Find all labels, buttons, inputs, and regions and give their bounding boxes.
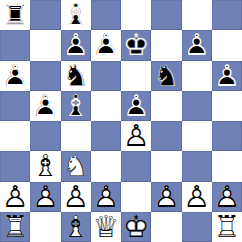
square-d3[interactable] [91, 151, 121, 181]
white-pawn-piece[interactable]: ♟♙ [151, 182, 181, 212]
square-b5[interactable]: ♟♙ [30, 91, 60, 121]
square-a2[interactable]: ♟♙ [0, 182, 30, 212]
black-pawn-outline-glyph: ♙ [61, 30, 91, 60]
square-g6[interactable] [182, 61, 212, 91]
black-pawn-outline-glyph: ♙ [30, 91, 60, 121]
square-h6[interactable]: ♟♙ [212, 61, 242, 91]
white-rook-outline-glyph: ♖ [0, 212, 30, 242]
square-h4[interactable] [212, 121, 242, 151]
white-pawn-piece[interactable]: ♟♙ [91, 182, 121, 212]
square-e4[interactable]: ♟♙ [121, 121, 151, 151]
black-king-outline-glyph: ♔ [121, 30, 151, 60]
square-b8[interactable] [30, 0, 60, 30]
square-b3[interactable]: ♝♗ [30, 151, 60, 181]
square-g5[interactable] [182, 91, 212, 121]
white-pawn-outline-glyph: ♙ [182, 182, 212, 212]
white-queen-piece[interactable]: ♛♕ [91, 212, 121, 242]
white-pawn-piece[interactable]: ♟♙ [212, 182, 242, 212]
square-f6[interactable]: ♞♘ [151, 61, 181, 91]
square-f1[interactable] [151, 212, 181, 242]
square-g1[interactable] [182, 212, 212, 242]
square-d1[interactable]: ♛♕ [91, 212, 121, 242]
square-g2[interactable]: ♟♙ [182, 182, 212, 212]
square-e2[interactable] [121, 182, 151, 212]
square-f8[interactable] [151, 0, 181, 30]
square-b4[interactable] [30, 121, 60, 151]
white-pawn-outline-glyph: ♙ [121, 121, 151, 151]
black-pawn-piece[interactable]: ♟♙ [61, 30, 91, 60]
chess-board: ♜♖♝♗♟♙♟♙♚♔♟♙♟♙♞♘♞♘♟♙♟♙♝♗♟♙♟♙♝♗♞♘♟♙♟♙♟♙♟♙… [0, 0, 242, 242]
square-c8[interactable]: ♝♗ [61, 0, 91, 30]
square-c7[interactable]: ♟♙ [61, 30, 91, 60]
square-a3[interactable] [0, 151, 30, 181]
square-h5[interactable] [212, 91, 242, 121]
black-knight-outline-glyph: ♘ [151, 61, 181, 91]
black-bishop-outline-glyph: ♗ [61, 0, 91, 30]
white-pawn-piece[interactable]: ♟♙ [0, 182, 30, 212]
square-e5[interactable]: ♟♙ [121, 91, 151, 121]
square-h7[interactable] [212, 30, 242, 60]
black-pawn-outline-glyph: ♙ [91, 30, 121, 60]
square-e7[interactable]: ♚♔ [121, 30, 151, 60]
white-pawn-outline-glyph: ♙ [212, 182, 242, 212]
black-knight-piece[interactable]: ♞♘ [61, 61, 91, 91]
white-pawn-piece[interactable]: ♟♙ [121, 121, 151, 151]
white-pawn-outline-glyph: ♙ [61, 182, 91, 212]
square-a1[interactable]: ♜♖ [0, 212, 30, 242]
white-pawn-outline-glyph: ♙ [91, 182, 121, 212]
white-rook-piece[interactable]: ♜♖ [212, 212, 242, 242]
black-pawn-piece[interactable]: ♟♙ [30, 91, 60, 121]
black-pawn-outline-glyph: ♙ [0, 61, 30, 91]
square-e6[interactable] [121, 61, 151, 91]
square-c4[interactable] [61, 121, 91, 151]
square-f4[interactable] [151, 121, 181, 151]
square-b6[interactable] [30, 61, 60, 91]
white-bishop-outline-glyph: ♗ [30, 151, 60, 181]
black-pawn-piece[interactable]: ♟♙ [182, 30, 212, 60]
square-g7[interactable]: ♟♙ [182, 30, 212, 60]
white-bishop-piece[interactable]: ♝♗ [61, 212, 91, 242]
square-h3[interactable] [212, 151, 242, 181]
square-b2[interactable]: ♟♙ [30, 182, 60, 212]
square-d5[interactable] [91, 91, 121, 121]
square-f2[interactable]: ♟♙ [151, 182, 181, 212]
white-pawn-outline-glyph: ♙ [0, 182, 30, 212]
square-a4[interactable] [0, 121, 30, 151]
square-g4[interactable] [182, 121, 212, 151]
square-d4[interactable] [91, 121, 121, 151]
black-bishop-piece[interactable]: ♝♗ [61, 0, 91, 30]
white-rook-outline-glyph: ♖ [212, 212, 242, 242]
white-rook-piece[interactable]: ♜♖ [0, 212, 30, 242]
white-queen-outline-glyph: ♕ [91, 212, 121, 242]
square-e8[interactable] [121, 0, 151, 30]
black-knight-piece[interactable]: ♞♘ [151, 61, 181, 91]
square-a8[interactable]: ♜♖ [0, 0, 30, 30]
square-c1[interactable]: ♝♗ [61, 212, 91, 242]
white-king-piece[interactable]: ♚♔ [121, 212, 151, 242]
square-d6[interactable] [91, 61, 121, 91]
black-pawn-piece[interactable]: ♟♙ [121, 91, 151, 121]
white-pawn-outline-glyph: ♙ [151, 182, 181, 212]
square-a6[interactable]: ♟♙ [0, 61, 30, 91]
square-h2[interactable]: ♟♙ [212, 182, 242, 212]
white-pawn-outline-glyph: ♙ [30, 182, 60, 212]
square-c3[interactable]: ♞♘ [61, 151, 91, 181]
white-pawn-piece[interactable]: ♟♙ [30, 182, 60, 212]
square-e3[interactable] [121, 151, 151, 181]
black-pawn-outline-glyph: ♙ [121, 91, 151, 121]
square-a5[interactable] [0, 91, 30, 121]
black-rook-piece[interactable]: ♜♖ [0, 0, 30, 30]
black-bishop-outline-glyph: ♗ [61, 91, 91, 121]
black-bishop-piece[interactable]: ♝♗ [61, 91, 91, 121]
black-pawn-piece[interactable]: ♟♙ [212, 61, 242, 91]
square-e1[interactable]: ♚♔ [121, 212, 151, 242]
white-pawn-piece[interactable]: ♟♙ [182, 182, 212, 212]
black-pawn-outline-glyph: ♙ [182, 30, 212, 60]
white-knight-outline-glyph: ♘ [61, 151, 91, 181]
white-bishop-piece[interactable]: ♝♗ [30, 151, 60, 181]
white-knight-piece[interactable]: ♞♘ [61, 151, 91, 181]
square-d8[interactable] [91, 0, 121, 30]
square-c5[interactable]: ♝♗ [61, 91, 91, 121]
square-d2[interactable]: ♟♙ [91, 182, 121, 212]
black-pawn-outline-glyph: ♙ [212, 61, 242, 91]
square-a7[interactable] [0, 30, 30, 60]
black-king-piece[interactable]: ♚♔ [121, 30, 151, 60]
square-f7[interactable] [151, 30, 181, 60]
white-pawn-piece[interactable]: ♟♙ [61, 182, 91, 212]
square-c2[interactable]: ♟♙ [61, 182, 91, 212]
square-b1[interactable] [30, 212, 60, 242]
square-h1[interactable]: ♜♖ [212, 212, 242, 242]
square-f5[interactable] [151, 91, 181, 121]
square-d7[interactable]: ♟♙ [91, 30, 121, 60]
black-rook-outline-glyph: ♖ [0, 0, 30, 30]
square-g8[interactable] [182, 0, 212, 30]
black-pawn-piece[interactable]: ♟♙ [0, 61, 30, 91]
square-h8[interactable] [212, 0, 242, 30]
square-b7[interactable] [30, 30, 60, 60]
square-c6[interactable]: ♞♘ [61, 61, 91, 91]
black-pawn-piece[interactable]: ♟♙ [91, 30, 121, 60]
black-knight-outline-glyph: ♘ [61, 61, 91, 91]
white-bishop-outline-glyph: ♗ [61, 212, 91, 242]
white-king-outline-glyph: ♔ [121, 212, 151, 242]
square-f3[interactable] [151, 151, 181, 181]
square-g3[interactable] [182, 151, 212, 181]
